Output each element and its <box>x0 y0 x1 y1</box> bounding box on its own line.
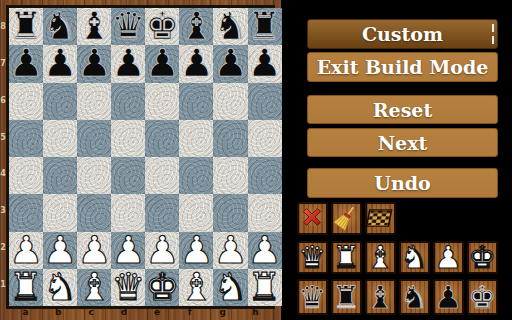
file-label-e: e <box>141 307 174 319</box>
square-a7[interactable]: ♟ <box>9 45 43 82</box>
square-b6[interactable] <box>43 83 77 120</box>
file-label-a: a <box>9 307 42 319</box>
square-f7[interactable]: ♟ <box>179 45 213 82</box>
black-rook-icon: ♜ <box>332 282 360 313</box>
square-g8[interactable]: ♞ <box>213 8 247 45</box>
palette-white-pawn[interactable]: ♟ <box>433 241 464 274</box>
undo-label: Undo <box>374 172 430 194</box>
square-b4[interactable] <box>43 157 77 194</box>
square-a1[interactable]: ♜ <box>9 269 43 306</box>
square-c3[interactable] <box>77 194 111 231</box>
custom-spinner[interactable]: Custom <box>307 19 498 49</box>
rank-label-8: 8 <box>0 8 6 45</box>
white-pawn: ♟ <box>179 232 213 269</box>
square-e2[interactable]: ♟ <box>145 232 179 269</box>
square-b3[interactable] <box>43 194 77 231</box>
rank-label-5: 5 <box>0 119 6 156</box>
square-h2[interactable]: ♟ <box>248 232 282 269</box>
black-knight-icon: ♞ <box>400 282 428 313</box>
file-label-g: g <box>206 307 239 319</box>
square-e5[interactable] <box>145 120 179 157</box>
black-rook: ♜ <box>9 8 43 45</box>
delete-piece-tool[interactable] <box>297 202 328 235</box>
black-knight: ♞ <box>43 8 77 45</box>
file-label-d: d <box>108 307 141 319</box>
black-bishop-icon: ♝ <box>366 282 394 313</box>
next-button[interactable]: Next <box>307 128 498 157</box>
white-pawn: ♟ <box>145 232 179 269</box>
white-pawn: ♟ <box>248 232 282 269</box>
square-d1[interactable]: ♛ <box>111 269 145 306</box>
custom-spinner-label: Custom <box>362 23 443 45</box>
palette-white-rook[interactable]: ♜ <box>331 241 362 274</box>
square-c8[interactable]: ♝ <box>77 8 111 45</box>
file-label-b: b <box>42 307 75 319</box>
black-pawn: ♟ <box>145 45 179 82</box>
red-x-icon <box>299 204 325 234</box>
rank-label-7: 7 <box>0 45 6 82</box>
white-rook-icon: ♜ <box>332 242 360 273</box>
black-king: ♚ <box>145 8 179 45</box>
palette-black-king[interactable]: ♚ <box>467 279 498 315</box>
square-a3[interactable] <box>9 194 43 231</box>
square-e8[interactable]: ♚ <box>145 8 179 45</box>
black-knight: ♞ <box>213 8 247 45</box>
palette-black-bishop[interactable]: ♝ <box>365 279 396 315</box>
file-label-c: c <box>75 307 108 319</box>
square-f2[interactable]: ♟ <box>179 232 213 269</box>
square-d8[interactable]: ♛ <box>111 8 145 45</box>
square-d7[interactable]: ♟ <box>111 45 145 82</box>
board-frame: ♜♞♝♛♚♝♞♜♟♟♟♟♟♟♟♟♟♟♟♟♟♟♟♟♜♞♝♛♚♝♞♜ <box>6 5 275 309</box>
white-king-icon: ♚ <box>468 242 496 273</box>
palette-white-king[interactable]: ♚ <box>467 241 498 274</box>
broom-icon <box>333 204 359 234</box>
rank-label-1: 1 <box>0 266 6 303</box>
reset-button[interactable]: Reset <box>307 95 498 124</box>
black-pawn: ♟ <box>77 45 111 82</box>
white-rook: ♜ <box>9 269 43 306</box>
palette-black-knight[interactable]: ♞ <box>399 279 430 315</box>
square-d5[interactable] <box>111 120 145 157</box>
white-pawn: ♟ <box>43 232 77 269</box>
black-pawn: ♟ <box>9 45 43 82</box>
black-pawn: ♟ <box>111 45 145 82</box>
square-a8[interactable]: ♜ <box>9 8 43 45</box>
spinner-scrollbar <box>492 24 494 45</box>
white-pawn: ♟ <box>77 232 111 269</box>
black-rook: ♜ <box>248 8 282 45</box>
square-g1[interactable]: ♞ <box>213 269 247 306</box>
square-h4[interactable] <box>248 157 282 194</box>
square-e6[interactable] <box>145 83 179 120</box>
clear-board-tool[interactable] <box>331 202 362 235</box>
black-piece-palette: ♛♜♝♞♟♚ <box>297 279 498 315</box>
black-pawn-icon: ♟ <box>434 282 462 313</box>
white-knight: ♞ <box>213 269 247 306</box>
palette-black-queen[interactable]: ♛ <box>297 279 328 315</box>
white-knight-icon: ♞ <box>400 242 428 273</box>
black-queen-icon: ♛ <box>298 282 326 313</box>
black-king-icon: ♚ <box>468 282 496 313</box>
square-e1[interactable]: ♚ <box>145 269 179 306</box>
square-a4[interactable] <box>9 157 43 194</box>
file-labels: abcdefgh <box>9 307 272 319</box>
square-e3[interactable] <box>145 194 179 231</box>
square-h6[interactable] <box>248 83 282 120</box>
chess-board: ♜♞♝♛♚♝♞♜♟♟♟♟♟♟♟♟♟♟♟♟♟♟♟♟♜♞♝♛♚♝♞♜ <box>9 8 272 306</box>
mini-chessboard-icon <box>367 204 393 234</box>
square-g5[interactable] <box>213 120 247 157</box>
square-d4[interactable] <box>111 157 145 194</box>
square-c6[interactable] <box>77 83 111 120</box>
square-h1[interactable]: ♜ <box>248 269 282 306</box>
square-f4[interactable] <box>179 157 213 194</box>
square-b5[interactable] <box>43 120 77 157</box>
square-b7[interactable]: ♟ <box>43 45 77 82</box>
square-c5[interactable] <box>77 120 111 157</box>
square-d3[interactable] <box>111 194 145 231</box>
white-bishop: ♝ <box>77 269 111 306</box>
square-e7[interactable]: ♟ <box>145 45 179 82</box>
black-queen: ♛ <box>111 8 145 45</box>
starting-position-tool[interactable] <box>365 202 396 235</box>
square-h3[interactable] <box>248 194 282 231</box>
white-bishop: ♝ <box>179 269 213 306</box>
palette-black-rook[interactable]: ♜ <box>331 279 362 315</box>
file-label-h: h <box>239 307 272 319</box>
square-c2[interactable]: ♟ <box>77 232 111 269</box>
square-f6[interactable] <box>179 83 213 120</box>
rank-label-2: 2 <box>0 229 6 266</box>
black-pawn: ♟ <box>213 45 247 82</box>
black-pawn: ♟ <box>248 45 282 82</box>
square-h7[interactable]: ♟ <box>248 45 282 82</box>
white-pawn-icon: ♟ <box>434 242 462 273</box>
square-c7[interactable]: ♟ <box>77 45 111 82</box>
white-piece-palette: ♛♜♝♞♟♚ <box>297 241 498 274</box>
black-bishop: ♝ <box>179 8 213 45</box>
white-pawn: ♟ <box>213 232 247 269</box>
square-g2[interactable]: ♟ <box>213 232 247 269</box>
black-pawn: ♟ <box>43 45 77 82</box>
square-g4[interactable] <box>213 157 247 194</box>
white-rook: ♜ <box>248 269 282 306</box>
undo-button[interactable]: Undo <box>307 168 498 198</box>
white-knight: ♞ <box>43 269 77 306</box>
square-d6[interactable] <box>111 83 145 120</box>
chess-app-screen: ♜♞♝♛♚♝♞♜♟♟♟♟♟♟♟♟♟♟♟♟♟♟♟♟♜♞♝♛♚♝♞♜ 8765432… <box>0 0 512 320</box>
palette-white-bishop[interactable]: ♝ <box>365 241 396 274</box>
white-pawn: ♟ <box>111 232 145 269</box>
tool-row <box>297 202 396 235</box>
white-bishop-icon: ♝ <box>366 242 394 273</box>
square-e4[interactable] <box>145 157 179 194</box>
square-f8[interactable]: ♝ <box>179 8 213 45</box>
square-b1[interactable]: ♞ <box>43 269 77 306</box>
exit-build-mode-label: Exit Build Mode <box>317 56 489 78</box>
square-f1[interactable]: ♝ <box>179 269 213 306</box>
exit-build-mode-button[interactable]: Exit Build Mode <box>307 52 498 82</box>
square-d2[interactable]: ♟ <box>111 232 145 269</box>
rank-labels: 87654321 <box>0 8 6 303</box>
square-b2[interactable]: ♟ <box>43 232 77 269</box>
square-g3[interactable] <box>213 194 247 231</box>
reset-label: Reset <box>373 99 432 121</box>
square-a5[interactable] <box>9 120 43 157</box>
file-label-f: f <box>173 307 206 319</box>
square-b8[interactable]: ♞ <box>43 8 77 45</box>
next-label: Next <box>378 132 428 154</box>
palette-white-queen[interactable]: ♛ <box>297 241 328 274</box>
square-g6[interactable] <box>213 83 247 120</box>
square-h8[interactable]: ♜ <box>248 8 282 45</box>
black-pawn: ♟ <box>179 45 213 82</box>
black-bishop: ♝ <box>77 8 111 45</box>
white-king: ♚ <box>145 269 179 306</box>
palette-white-knight[interactable]: ♞ <box>399 241 430 274</box>
square-a2[interactable]: ♟ <box>9 232 43 269</box>
rank-label-6: 6 <box>0 82 6 119</box>
rank-label-3: 3 <box>0 192 6 229</box>
square-h5[interactable] <box>248 120 282 157</box>
white-queen-icon: ♛ <box>298 242 326 273</box>
square-a6[interactable] <box>9 83 43 120</box>
rank-label-4: 4 <box>0 156 6 193</box>
white-queen: ♛ <box>111 269 145 306</box>
square-c4[interactable] <box>77 157 111 194</box>
square-f3[interactable] <box>179 194 213 231</box>
palette-black-pawn[interactable]: ♟ <box>433 279 464 315</box>
white-pawn: ♟ <box>9 232 43 269</box>
square-f5[interactable] <box>179 120 213 157</box>
square-c1[interactable]: ♝ <box>77 269 111 306</box>
square-g7[interactable]: ♟ <box>213 45 247 82</box>
